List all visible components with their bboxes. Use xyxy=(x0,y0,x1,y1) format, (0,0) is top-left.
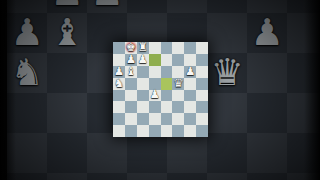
square-h1[interactable] xyxy=(196,42,208,54)
white-bishop-piece: ♝ xyxy=(47,13,87,53)
square-c2[interactable]: ♟ xyxy=(137,54,149,66)
square-c7 xyxy=(87,173,127,180)
square-c2: ♟ xyxy=(87,0,127,13)
square-b5 xyxy=(47,93,87,133)
black-knight-piece xyxy=(127,0,167,13)
square-c4[interactable] xyxy=(137,78,149,90)
black-queen-piece xyxy=(196,90,208,102)
square-d8[interactable] xyxy=(149,125,161,137)
square-h3 xyxy=(287,13,320,53)
square-b5[interactable] xyxy=(125,90,137,102)
square-g5 xyxy=(247,93,287,133)
square-g7 xyxy=(247,173,287,180)
square-h6 xyxy=(287,133,320,173)
square-e6[interactable] xyxy=(161,101,173,113)
square-h4[interactable] xyxy=(196,78,208,90)
white-knight-piece: ♞ xyxy=(113,78,125,90)
square-g1[interactable] xyxy=(184,42,196,54)
square-g3: ♟ xyxy=(247,13,287,53)
black-king-piece xyxy=(125,125,137,137)
black-bishop-piece xyxy=(125,101,137,113)
square-d5[interactable]: ♟ xyxy=(149,90,161,102)
square-f7 xyxy=(207,173,247,180)
square-b6[interactable] xyxy=(125,101,137,113)
square-a6[interactable] xyxy=(113,101,125,113)
square-e6 xyxy=(167,133,207,173)
square-b3[interactable]: ♝ xyxy=(125,66,137,78)
square-e3[interactable] xyxy=(161,66,173,78)
square-d3[interactable] xyxy=(149,66,161,78)
square-d2[interactable] xyxy=(149,54,161,66)
square-g6 xyxy=(247,133,287,173)
square-e2[interactable] xyxy=(161,54,173,66)
square-e7[interactable] xyxy=(161,113,173,125)
square-b6 xyxy=(47,133,87,173)
black-queen-piece xyxy=(287,93,320,133)
square-f8[interactable] xyxy=(172,125,184,137)
black-knight-piece xyxy=(149,54,161,66)
black-pawn-piece xyxy=(137,113,149,125)
square-g8[interactable] xyxy=(184,125,196,137)
square-f1[interactable] xyxy=(172,42,184,54)
white-knight-piece: ♞ xyxy=(7,53,47,93)
square-a4[interactable]: ♞ xyxy=(113,78,125,90)
square-e4[interactable] xyxy=(161,78,173,90)
square-a7[interactable] xyxy=(113,113,125,125)
square-b7 xyxy=(47,173,87,180)
square-g6[interactable] xyxy=(184,101,196,113)
square-c6[interactable] xyxy=(137,101,149,113)
square-a8[interactable] xyxy=(113,125,125,137)
square-b4 xyxy=(47,53,87,93)
square-c5[interactable] xyxy=(137,90,149,102)
white-pawn-piece: ♟ xyxy=(137,54,149,66)
black-pawn-piece xyxy=(125,113,137,125)
square-a7 xyxy=(7,173,47,180)
square-c6 xyxy=(87,133,127,173)
black-rook-piece xyxy=(161,125,173,137)
square-f7[interactable] xyxy=(172,113,184,125)
white-pawn-piece: ♟ xyxy=(7,13,47,53)
square-d6[interactable] xyxy=(149,101,161,113)
square-d1[interactable] xyxy=(149,42,161,54)
square-e7 xyxy=(167,173,207,180)
square-g4 xyxy=(247,53,287,93)
square-h4 xyxy=(287,53,320,93)
black-bishop-piece xyxy=(247,53,287,93)
white-bishop-piece: ♝ xyxy=(125,66,137,78)
black-pawn-piece xyxy=(7,173,47,180)
square-d6 xyxy=(127,133,167,173)
square-c3[interactable] xyxy=(137,66,149,78)
square-b8[interactable] xyxy=(125,125,137,137)
white-pawn-piece: ♟ xyxy=(247,13,287,53)
square-f6 xyxy=(207,133,247,173)
square-h6[interactable] xyxy=(196,101,208,113)
square-h3[interactable] xyxy=(196,66,208,78)
white-pawn-piece: ♟ xyxy=(149,90,161,102)
square-g4[interactable] xyxy=(184,78,196,90)
square-e8[interactable] xyxy=(161,125,173,137)
square-h7 xyxy=(287,173,320,180)
square-b4[interactable] xyxy=(125,78,137,90)
square-e1[interactable] xyxy=(161,42,173,54)
black-pawn-piece xyxy=(113,113,125,125)
square-f4: ♛ xyxy=(207,53,247,93)
square-d2 xyxy=(127,0,167,13)
square-f2 xyxy=(207,0,247,13)
black-bishop-piece xyxy=(47,133,87,173)
square-h2[interactable] xyxy=(196,54,208,66)
square-f5 xyxy=(207,93,247,133)
square-b7[interactable] xyxy=(125,113,137,125)
square-b3: ♝ xyxy=(47,13,87,53)
video-frame: ♚♜♟♟♟♝♟♞♛♟ ♚♜♟♟♟♝♟♞♛♟ xyxy=(0,0,320,180)
white-pawn-piece: ♟ xyxy=(184,66,196,78)
square-g5[interactable] xyxy=(184,90,196,102)
square-a1[interactable] xyxy=(113,42,125,54)
square-a4: ♞ xyxy=(7,53,47,93)
black-pawn-piece xyxy=(87,173,127,180)
black-pawn-piece xyxy=(47,173,87,180)
square-h2 xyxy=(287,0,320,13)
square-a5[interactable] xyxy=(113,90,125,102)
square-f4[interactable]: ♛ xyxy=(172,78,184,90)
white-queen-piece: ♛ xyxy=(172,78,184,90)
square-e5[interactable] xyxy=(161,90,173,102)
square-h5 xyxy=(287,93,320,133)
white-queen-piece: ♛ xyxy=(207,53,247,93)
square-g3[interactable]: ♟ xyxy=(184,66,196,78)
square-a6 xyxy=(7,133,47,173)
square-h7[interactable] xyxy=(196,113,208,125)
square-e2 xyxy=(167,0,207,13)
square-h5[interactable] xyxy=(196,90,208,102)
square-d7[interactable] xyxy=(149,113,161,125)
chess-board[interactable]: ♚♜♟♟♟♝♟♞♛♟ xyxy=(113,42,208,137)
square-h8[interactable] xyxy=(196,125,208,137)
square-a5 xyxy=(7,93,47,133)
square-f2[interactable] xyxy=(172,54,184,66)
white-pawn-piece: ♟ xyxy=(87,0,127,13)
square-c7[interactable] xyxy=(137,113,149,125)
square-a3: ♟ xyxy=(7,13,47,53)
square-f6[interactable] xyxy=(172,101,184,113)
square-d7 xyxy=(127,173,167,180)
square-c8[interactable] xyxy=(137,125,149,137)
square-f3 xyxy=(207,13,247,53)
square-f5[interactable] xyxy=(172,90,184,102)
square-g7[interactable] xyxy=(184,113,196,125)
black-bishop-piece xyxy=(184,78,196,90)
